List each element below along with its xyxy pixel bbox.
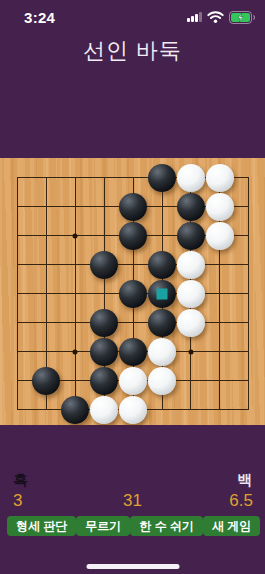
grid-line-v xyxy=(248,177,249,409)
goban[interactable] xyxy=(0,158,265,425)
stone-black xyxy=(32,367,60,395)
stone-white xyxy=(177,164,205,192)
toolbar: 형세 판단 무르기 한 수 쉬기 새 게임 xyxy=(0,516,265,536)
score-labels: 흑 백 xyxy=(0,471,265,490)
app-screen: 3:24 선인 바둑 흑 백 3 31 6.5 형세 판단 무르기 xyxy=(0,0,265,574)
wifi-icon xyxy=(207,11,224,23)
stone-black xyxy=(148,164,176,192)
battery-charging-icon xyxy=(229,11,255,24)
stone-white xyxy=(206,222,234,250)
stone-black xyxy=(119,222,147,250)
stone-black xyxy=(148,251,176,279)
star-point xyxy=(73,233,78,238)
page-title: 선인 바둑 xyxy=(0,36,265,66)
stone-black xyxy=(90,367,118,395)
stone-white xyxy=(148,367,176,395)
stone-black xyxy=(90,309,118,337)
stone-black xyxy=(119,338,147,366)
grid-line-h xyxy=(17,322,249,323)
home-indicator[interactable] xyxy=(86,564,179,569)
stone-black xyxy=(177,222,205,250)
star-point xyxy=(73,349,78,354)
stone-white xyxy=(206,193,234,221)
status-bar: 3:24 xyxy=(0,0,265,30)
score-values: 3 31 6.5 xyxy=(0,491,265,511)
stone-white xyxy=(206,164,234,192)
stone-black xyxy=(90,251,118,279)
judge-position-button[interactable]: 형세 판단 xyxy=(7,516,76,536)
stone-black xyxy=(119,280,147,308)
cellular-signal-icon xyxy=(187,12,202,22)
clock: 3:24 xyxy=(24,9,55,26)
stone-white xyxy=(177,251,205,279)
stone-black xyxy=(148,309,176,337)
move-count-value: 31 xyxy=(0,491,265,511)
white-komi-value: 6.5 xyxy=(229,491,253,511)
stone-white xyxy=(119,396,147,424)
new-game-button[interactable]: 새 게임 xyxy=(203,516,260,536)
star-point xyxy=(188,349,193,354)
stone-black xyxy=(119,193,147,221)
stone-white xyxy=(119,367,147,395)
white-player-label: 백 xyxy=(237,471,252,490)
stone-black xyxy=(61,396,89,424)
stone-white xyxy=(90,396,118,424)
black-player-label: 흑 xyxy=(13,471,28,490)
stone-white xyxy=(177,280,205,308)
pass-button[interactable]: 한 수 쉬기 xyxy=(130,516,203,536)
stone-black xyxy=(90,338,118,366)
stone-black xyxy=(177,193,205,221)
stone-white xyxy=(148,338,176,366)
stone-white xyxy=(177,309,205,337)
last-move-marker xyxy=(157,288,168,299)
undo-button[interactable]: 무르기 xyxy=(76,516,130,536)
